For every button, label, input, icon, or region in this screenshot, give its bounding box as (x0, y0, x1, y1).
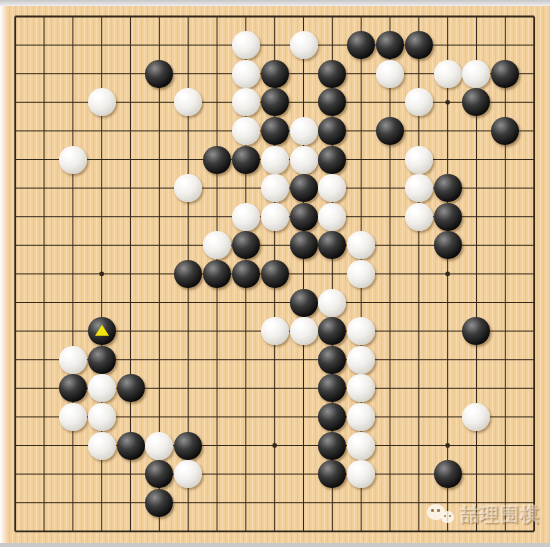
watermark-text: 喆理围棋 (460, 502, 540, 528)
stone-black (261, 88, 289, 116)
stone-white (59, 146, 87, 174)
stone-black (318, 60, 346, 88)
stone-white (261, 317, 289, 345)
stone-black (290, 174, 318, 202)
stone-white (203, 231, 231, 259)
stone-black (290, 203, 318, 231)
stone-black (318, 374, 346, 402)
stone-white (405, 146, 433, 174)
stone-black (203, 146, 231, 174)
stone-white (261, 203, 289, 231)
stone-white (347, 460, 375, 488)
stone-white (405, 88, 433, 116)
stone-black (88, 346, 116, 374)
stone-black (318, 403, 346, 431)
stone-black (318, 88, 346, 116)
stone-white (59, 346, 87, 374)
stone-black (318, 432, 346, 460)
stone-black (290, 289, 318, 317)
stone-black (88, 317, 116, 345)
last-move-triangle-marker (95, 325, 109, 336)
stone-black (376, 31, 404, 59)
stone-white (405, 174, 433, 202)
top-border-strip (0, 0, 550, 6)
stone-white (290, 146, 318, 174)
stone-white (232, 88, 260, 116)
stone-black (261, 60, 289, 88)
stone-white (88, 374, 116, 402)
stone-white (347, 346, 375, 374)
stone-white (347, 432, 375, 460)
stone-black (261, 117, 289, 145)
stone-white (347, 260, 375, 288)
stone-white (347, 403, 375, 431)
stone-white (88, 403, 116, 431)
stone-black (434, 174, 462, 202)
stone-white (290, 117, 318, 145)
stone-black (376, 117, 404, 145)
stone-white (232, 203, 260, 231)
go-board-screenshot: 喆理围棋 (0, 0, 550, 547)
stone-black (318, 117, 346, 145)
stone-white (318, 203, 346, 231)
stone-black (117, 432, 145, 460)
stone-black (145, 489, 173, 517)
stone-black (318, 460, 346, 488)
stone-black (462, 88, 490, 116)
stone-white (405, 203, 433, 231)
stone-black (318, 346, 346, 374)
stone-black (491, 117, 519, 145)
stone-white (261, 146, 289, 174)
stone-white (347, 317, 375, 345)
stone-black (145, 460, 173, 488)
stone-white (232, 60, 260, 88)
stone-white (290, 31, 318, 59)
stone-white (174, 174, 202, 202)
stone-black (261, 260, 289, 288)
stone-black (434, 203, 462, 231)
stone-white (434, 60, 462, 88)
stone-black (174, 432, 202, 460)
stone-white (174, 460, 202, 488)
stone-black (232, 231, 260, 259)
stone-black (491, 60, 519, 88)
stone-white (232, 31, 260, 59)
bottom-border-strip (0, 543, 550, 547)
watermark: 喆理围棋 (427, 502, 540, 528)
stone-black (290, 231, 318, 259)
stone-black (203, 260, 231, 288)
stones-layer (0, 0, 550, 547)
left-border-strip (0, 0, 6, 547)
stone-black (347, 31, 375, 59)
stone-white (462, 60, 490, 88)
stone-black (318, 317, 346, 345)
stone-black (434, 460, 462, 488)
stone-white (88, 88, 116, 116)
stone-black (232, 260, 260, 288)
wechat-icon (427, 502, 457, 528)
stone-black (318, 231, 346, 259)
stone-black (117, 374, 145, 402)
stone-black (145, 60, 173, 88)
stone-black (318, 146, 346, 174)
stone-black (232, 146, 260, 174)
stone-white (290, 317, 318, 345)
stone-black (405, 31, 433, 59)
stone-white (59, 403, 87, 431)
stone-white (174, 88, 202, 116)
stone-white (145, 432, 173, 460)
stone-white (261, 174, 289, 202)
stone-black (462, 317, 490, 345)
stone-black (174, 260, 202, 288)
stone-black (434, 231, 462, 259)
stone-white (347, 374, 375, 402)
stone-black (59, 374, 87, 402)
stone-white (318, 289, 346, 317)
stone-white (88, 432, 116, 460)
stone-white (347, 231, 375, 259)
stone-white (232, 117, 260, 145)
stone-white (462, 403, 490, 431)
stone-white (318, 174, 346, 202)
stone-white (376, 60, 404, 88)
